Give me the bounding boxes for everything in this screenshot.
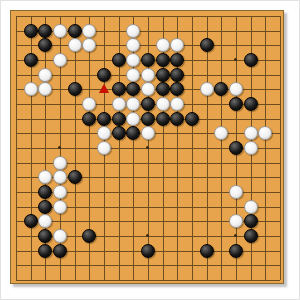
black-stone bbox=[156, 68, 170, 82]
black-stone bbox=[156, 82, 170, 96]
black-stone bbox=[112, 53, 126, 67]
white-stone bbox=[126, 97, 140, 111]
white-stone bbox=[126, 53, 140, 67]
white-stone bbox=[258, 126, 272, 140]
black-stone bbox=[24, 214, 38, 228]
white-stone bbox=[82, 38, 96, 52]
screenshot-root bbox=[0, 0, 300, 300]
black-stone bbox=[156, 112, 170, 126]
black-stone bbox=[53, 244, 67, 258]
black-stone bbox=[38, 38, 52, 52]
black-stone bbox=[170, 53, 184, 67]
black-stone bbox=[112, 112, 126, 126]
black-stone bbox=[126, 82, 140, 96]
grid-line bbox=[207, 16, 208, 280]
white-stone bbox=[53, 53, 67, 67]
black-stone bbox=[68, 170, 82, 184]
black-stone bbox=[24, 24, 38, 38]
black-stone bbox=[244, 214, 258, 228]
white-stone bbox=[244, 126, 258, 140]
white-stone bbox=[53, 200, 67, 214]
grid-line bbox=[265, 16, 266, 280]
black-stone bbox=[141, 112, 155, 126]
black-stone bbox=[97, 112, 111, 126]
black-stone bbox=[82, 229, 96, 243]
black-stone bbox=[244, 53, 258, 67]
black-stone bbox=[185, 112, 199, 126]
white-stone bbox=[53, 156, 67, 170]
black-stone bbox=[229, 244, 243, 258]
white-stone bbox=[229, 185, 243, 199]
black-stone bbox=[141, 53, 155, 67]
white-stone bbox=[97, 141, 111, 155]
black-stone bbox=[170, 68, 184, 82]
black-stone bbox=[156, 53, 170, 67]
black-stone bbox=[200, 244, 214, 258]
white-stone bbox=[53, 229, 67, 243]
grid-line bbox=[280, 16, 281, 280]
white-stone bbox=[38, 82, 52, 96]
white-stone bbox=[229, 214, 243, 228]
white-stone bbox=[126, 38, 140, 52]
white-stone bbox=[170, 97, 184, 111]
white-stone bbox=[156, 97, 170, 111]
white-stone bbox=[53, 170, 67, 184]
black-stone bbox=[229, 97, 243, 111]
black-stone bbox=[229, 141, 243, 155]
white-stone bbox=[38, 170, 52, 184]
black-stone bbox=[200, 38, 214, 52]
white-stone bbox=[82, 97, 96, 111]
white-stone bbox=[112, 97, 126, 111]
black-stone bbox=[141, 97, 155, 111]
black-stone bbox=[244, 229, 258, 243]
grid-line bbox=[16, 280, 280, 281]
white-stone bbox=[244, 141, 258, 155]
white-stone bbox=[126, 24, 140, 38]
white-stone bbox=[141, 126, 155, 140]
white-stone bbox=[53, 24, 67, 38]
black-stone bbox=[170, 112, 184, 126]
black-stone bbox=[38, 229, 52, 243]
black-stone bbox=[112, 126, 126, 140]
go-board[interactable] bbox=[10, 10, 284, 284]
white-stone bbox=[126, 68, 140, 82]
black-stone bbox=[38, 185, 52, 199]
black-stone bbox=[24, 53, 38, 67]
grid-line bbox=[192, 16, 193, 280]
black-stone bbox=[38, 200, 52, 214]
white-stone bbox=[200, 82, 214, 96]
black-stone bbox=[82, 112, 96, 126]
white-stone bbox=[24, 82, 38, 96]
white-stone bbox=[214, 126, 228, 140]
black-stone bbox=[38, 24, 52, 38]
white-stone bbox=[229, 82, 243, 96]
black-stone bbox=[68, 24, 82, 38]
grid-line bbox=[221, 16, 222, 280]
black-stone bbox=[126, 126, 140, 140]
black-stone bbox=[97, 68, 111, 82]
grid-line bbox=[16, 265, 280, 266]
white-stone bbox=[38, 214, 52, 228]
black-stone bbox=[38, 244, 52, 258]
black-stone bbox=[170, 82, 184, 96]
white-stone bbox=[141, 82, 155, 96]
white-stone bbox=[38, 68, 52, 82]
white-stone bbox=[141, 68, 155, 82]
white-stone bbox=[97, 126, 111, 140]
black-stone bbox=[214, 82, 228, 96]
white-stone bbox=[170, 38, 184, 52]
white-stone bbox=[82, 24, 96, 38]
white-stone bbox=[126, 112, 140, 126]
black-stone bbox=[141, 244, 155, 258]
triangle-marker bbox=[99, 84, 109, 93]
white-stone bbox=[53, 185, 67, 199]
black-stone bbox=[112, 82, 126, 96]
white-stone bbox=[156, 38, 170, 52]
white-stone bbox=[68, 38, 82, 52]
black-stone bbox=[68, 82, 82, 96]
white-stone bbox=[244, 200, 258, 214]
black-stone bbox=[244, 97, 258, 111]
